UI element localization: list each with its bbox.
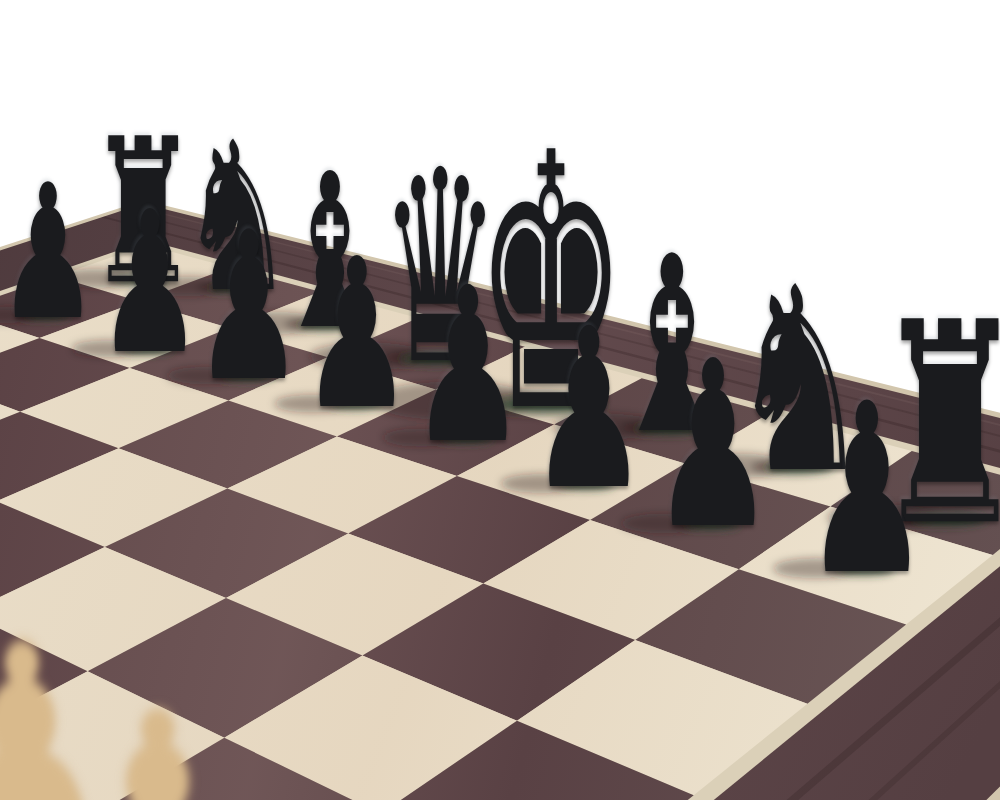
chess-board [0, 0, 1000, 800]
chess-set-photo: ♜♞♝♛♚♝♞♜♟♟♟♟♟♟♟♟♟♟ [0, 0, 1000, 800]
